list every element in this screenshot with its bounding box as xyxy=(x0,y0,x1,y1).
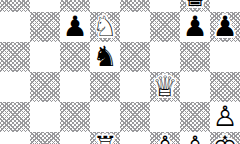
square-e7[interactable] xyxy=(120,0,150,12)
square-c3[interactable] xyxy=(60,102,90,132)
white-queen-glyph: ♕ xyxy=(150,72,180,102)
black-pawn-icon[interactable]: ♟♟ xyxy=(210,12,240,42)
black-pawn-icon[interactable]: ♟♟ xyxy=(180,12,210,42)
black-pawn-glyph: ♟ xyxy=(60,12,90,42)
square-b4[interactable] xyxy=(30,72,60,102)
square-c2[interactable] xyxy=(60,132,90,144)
black-knight-glyph: ♞ xyxy=(90,42,120,72)
square-d5[interactable]: ♞♞ xyxy=(90,42,120,72)
black-pawn-glyph: ♟ xyxy=(210,12,240,42)
square-b2[interactable] xyxy=(30,132,60,144)
square-h4[interactable] xyxy=(210,72,240,102)
square-a4[interactable] xyxy=(0,72,30,102)
square-e3[interactable] xyxy=(120,102,150,132)
black-knight-icon[interactable]: ♞♞ xyxy=(90,42,120,72)
white-knight-icon[interactable]: ♞♘ xyxy=(90,12,120,42)
black-pawn-icon[interactable]: ♟♟ xyxy=(60,12,90,42)
white-pawn-glyph: ♙ xyxy=(210,102,240,132)
square-h3[interactable]: ♟♙ xyxy=(210,102,240,132)
white-pawn-icon[interactable]: ♟♙ xyxy=(180,132,210,144)
square-d2[interactable]: ♜♖ xyxy=(90,132,120,144)
square-a6[interactable] xyxy=(0,12,30,42)
square-e6[interactable] xyxy=(120,12,150,42)
square-d6[interactable]: ♞♘ xyxy=(90,12,120,42)
white-rook-icon[interactable]: ♜♖ xyxy=(90,132,120,144)
square-c6[interactable]: ♟♟ xyxy=(60,12,90,42)
square-g4[interactable] xyxy=(180,72,210,102)
square-e5[interactable] xyxy=(120,42,150,72)
square-c4[interactable] xyxy=(60,72,90,102)
square-e4[interactable] xyxy=(120,72,150,102)
square-f3[interactable] xyxy=(150,102,180,132)
black-pawn-glyph: ♟ xyxy=(180,12,210,42)
white-pawn-glyph: ♙ xyxy=(150,132,180,144)
white-queen-icon[interactable]: ♛♕ xyxy=(150,72,180,102)
square-a7[interactable] xyxy=(0,0,30,12)
white-rook-glyph: ♖ xyxy=(90,132,120,144)
square-c5[interactable] xyxy=(60,42,90,72)
square-g2[interactable]: ♟♙ xyxy=(180,132,210,144)
square-g5[interactable] xyxy=(180,42,210,72)
square-d4[interactable] xyxy=(90,72,120,102)
square-h2[interactable]: ♚♔ xyxy=(210,132,240,144)
white-knight-glyph: ♘ xyxy=(90,12,120,42)
square-e2[interactable] xyxy=(120,132,150,144)
square-f5[interactable] xyxy=(150,42,180,72)
square-a5[interactable] xyxy=(0,42,30,72)
white-king-icon[interactable]: ♚♔ xyxy=(210,132,240,144)
square-d3[interactable] xyxy=(90,102,120,132)
square-g3[interactable] xyxy=(180,102,210,132)
square-f6[interactable] xyxy=(150,12,180,42)
square-a2[interactable] xyxy=(0,132,30,144)
white-pawn-glyph: ♙ xyxy=(180,132,210,144)
square-h5[interactable] xyxy=(210,42,240,72)
square-b5[interactable] xyxy=(30,42,60,72)
square-h6[interactable]: ♟♟ xyxy=(210,12,240,42)
square-b6[interactable] xyxy=(30,12,60,42)
chess-board: ♚♚♟♟♞♘♟♟♟♟♞♞♛♕♟♙♜♖♟♙♟♙♚♔ xyxy=(0,0,240,144)
white-pawn-icon[interactable]: ♟♙ xyxy=(150,132,180,144)
chessboard-crop-viewport: ♚♚♟♟♞♘♟♟♟♟♞♞♛♕♟♙♜♖♟♙♟♙♚♔ xyxy=(0,0,240,144)
square-g6[interactable]: ♟♟ xyxy=(180,12,210,42)
square-f4[interactable]: ♛♕ xyxy=(150,72,180,102)
square-b7[interactable] xyxy=(30,0,60,12)
white-pawn-icon[interactable]: ♟♙ xyxy=(210,102,240,132)
square-a3[interactable] xyxy=(0,102,30,132)
square-f7[interactable] xyxy=(150,0,180,12)
square-f2[interactable]: ♟♙ xyxy=(150,132,180,144)
square-b3[interactable] xyxy=(30,102,60,132)
white-king-glyph: ♔ xyxy=(210,132,240,144)
